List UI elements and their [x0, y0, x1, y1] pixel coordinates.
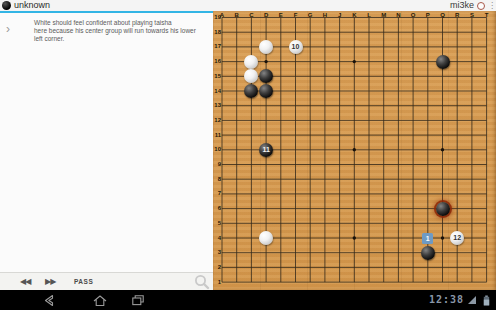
comment-line: here because his center group will run t… — [34, 27, 206, 43]
recent-apps-icon[interactable] — [130, 293, 146, 308]
row-label: 6 — [213, 205, 221, 211]
comment-panel: › White should feel confident about play… — [0, 11, 213, 272]
col-label: M — [379, 12, 389, 18]
row-label: 9 — [213, 161, 221, 167]
stone-white-C16[interactable] — [244, 55, 258, 69]
row-label: 18 — [213, 29, 221, 35]
stone-white-D4[interactable] — [259, 231, 273, 245]
row-label: 14 — [213, 88, 221, 94]
row-label: 5 — [213, 220, 221, 226]
row-label: 19 — [213, 14, 221, 20]
move-number: 12 — [450, 231, 464, 245]
row-label: 8 — [213, 176, 221, 182]
star-point — [441, 148, 444, 151]
col-label: S — [467, 12, 477, 18]
star-point — [353, 148, 356, 151]
col-label: Q — [438, 12, 448, 18]
variation-marker-P4[interactable]: 1 — [422, 233, 433, 244]
move-number: 11 — [259, 143, 273, 157]
comment-line: White should feel confident about playin… — [34, 19, 206, 27]
home-button-icon[interactable] — [92, 293, 108, 308]
system-bar: 12:38 — [0, 290, 496, 310]
battery-icon — [483, 295, 490, 306]
board-grid — [213, 11, 496, 290]
stone-white-R4[interactable]: 12 — [450, 231, 464, 245]
col-label: G — [305, 12, 315, 18]
col-label: T — [482, 12, 492, 18]
black-stone-icon — [2, 1, 11, 10]
overflow-menu-icon[interactable]: ⋮ — [488, 1, 494, 11]
row-label: 12 — [213, 117, 221, 123]
pass-button[interactable]: PASS — [74, 273, 93, 290]
action-bar-right: mi3ke ⋮ — [450, 0, 494, 11]
stone-black-Q6[interactable] — [436, 202, 450, 216]
stone-white-F17[interactable]: 10 — [289, 40, 303, 54]
row-label: 4 — [213, 235, 221, 241]
star-point — [441, 236, 444, 239]
magnifier-icon[interactable] — [194, 274, 210, 290]
col-label: B — [232, 12, 242, 18]
col-label: P — [423, 12, 433, 18]
signal-strength-icon — [467, 295, 478, 305]
star-point — [264, 60, 267, 63]
action-bar: unknown mi3ke ⋮ — [0, 0, 496, 11]
clock[interactable]: 12:38 — [429, 294, 464, 305]
row-label: 13 — [213, 102, 221, 108]
row-label: 15 — [213, 73, 221, 79]
move-number: 10 — [289, 40, 303, 54]
col-label: H — [320, 12, 330, 18]
playback-bar: ◀◀ ▶▶ PASS — [0, 272, 213, 290]
stone-black-P3[interactable] — [421, 246, 435, 260]
col-label: K — [349, 12, 359, 18]
row-label: 3 — [213, 249, 221, 255]
player-name: mi3ke — [450, 0, 474, 11]
star-point — [353, 236, 356, 239]
screen: unknown mi3ke ⋮ › White should feel conf… — [0, 0, 496, 310]
col-label: N — [393, 12, 403, 18]
row-label: 16 — [213, 58, 221, 64]
go-board[interactable]: ABCDEFGHJKLMNOPQRST191817161514131211109… — [213, 11, 496, 290]
row-label: 10 — [213, 146, 221, 152]
next-variation-chevron[interactable]: › — [6, 22, 10, 36]
row-label: 17 — [213, 43, 221, 49]
app-title: unknown — [14, 0, 50, 11]
stone-white-D17[interactable] — [259, 40, 273, 54]
col-label: L — [364, 12, 374, 18]
stone-black-D14[interactable] — [259, 84, 273, 98]
col-label: F — [291, 12, 301, 18]
col-label: J — [335, 12, 345, 18]
rewind-button[interactable]: ◀◀ — [20, 273, 30, 290]
forward-button[interactable]: ▶▶ — [45, 273, 55, 290]
col-label: E — [276, 12, 286, 18]
stone-black-D10[interactable]: 11 — [259, 143, 273, 157]
col-label: R — [452, 12, 462, 18]
row-label: 7 — [213, 190, 221, 196]
stone-black-Q16[interactable] — [436, 55, 450, 69]
back-button-icon[interactable] — [42, 293, 57, 308]
row-label: 2 — [213, 264, 221, 270]
comment-text: White should feel confident about playin… — [34, 19, 206, 43]
white-stone-icon — [477, 2, 485, 10]
col-label: D — [261, 12, 271, 18]
star-point — [353, 60, 356, 63]
col-label: C — [246, 12, 256, 18]
row-label: 11 — [213, 132, 221, 138]
row-label: 1 — [213, 279, 221, 285]
col-label: O — [408, 12, 418, 18]
